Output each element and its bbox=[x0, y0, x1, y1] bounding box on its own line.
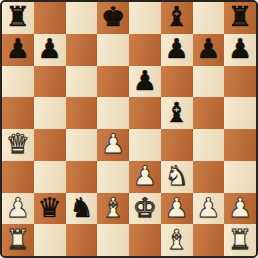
piece-white-rook[interactable]: ♜ bbox=[228, 226, 252, 253]
square-a3[interactable] bbox=[2, 161, 34, 193]
square-g3[interactable] bbox=[193, 161, 225, 193]
square-c5[interactable] bbox=[66, 97, 98, 129]
square-d5[interactable] bbox=[97, 97, 129, 129]
square-h3[interactable] bbox=[224, 161, 256, 193]
piece-black-pawn[interactable]: ♟ bbox=[228, 35, 252, 62]
square-h5[interactable] bbox=[224, 97, 256, 129]
square-d6[interactable] bbox=[97, 66, 129, 98]
square-e5[interactable] bbox=[129, 97, 161, 129]
piece-white-queen[interactable]: ♛ bbox=[6, 130, 30, 157]
square-c1[interactable] bbox=[66, 224, 98, 256]
piece-white-pawn[interactable]: ♟ bbox=[228, 194, 252, 221]
piece-white-pawn[interactable]: ♟ bbox=[133, 162, 157, 189]
square-h8[interactable]: ♜ bbox=[224, 2, 256, 34]
piece-black-pawn[interactable]: ♟ bbox=[38, 35, 62, 62]
square-c7[interactable] bbox=[66, 34, 98, 66]
square-g7[interactable]: ♟ bbox=[193, 34, 225, 66]
square-f8[interactable]: ♝ bbox=[161, 2, 193, 34]
square-g5[interactable] bbox=[193, 97, 225, 129]
square-b2[interactable]: ♛ bbox=[34, 193, 66, 225]
piece-white-rook[interactable]: ♜ bbox=[6, 226, 30, 253]
square-b8[interactable] bbox=[34, 2, 66, 34]
piece-white-pawn[interactable]: ♟ bbox=[6, 194, 30, 221]
square-d1[interactable] bbox=[97, 224, 129, 256]
square-d3[interactable] bbox=[97, 161, 129, 193]
square-a1[interactable]: ♜ bbox=[2, 224, 34, 256]
square-e3[interactable]: ♟ bbox=[129, 161, 161, 193]
square-d2[interactable]: ♝ bbox=[97, 193, 129, 225]
square-f5[interactable]: ♝ bbox=[161, 97, 193, 129]
square-h4[interactable] bbox=[224, 129, 256, 161]
piece-black-rook[interactable]: ♜ bbox=[228, 3, 252, 30]
square-c4[interactable] bbox=[66, 129, 98, 161]
square-b3[interactable] bbox=[34, 161, 66, 193]
piece-white-bishop[interactable]: ♝ bbox=[101, 194, 125, 221]
square-g1[interactable] bbox=[193, 224, 225, 256]
square-h6[interactable] bbox=[224, 66, 256, 98]
square-e6[interactable]: ♟ bbox=[129, 66, 161, 98]
square-c8[interactable] bbox=[66, 2, 98, 34]
square-c2[interactable]: ♞ bbox=[66, 193, 98, 225]
square-b4[interactable] bbox=[34, 129, 66, 161]
square-b7[interactable]: ♟ bbox=[34, 34, 66, 66]
square-f6[interactable] bbox=[161, 66, 193, 98]
square-e1[interactable] bbox=[129, 224, 161, 256]
square-d8[interactable]: ♚ bbox=[97, 2, 129, 34]
square-c6[interactable] bbox=[66, 66, 98, 98]
square-d4[interactable]: ♟ bbox=[97, 129, 129, 161]
square-a5[interactable] bbox=[2, 97, 34, 129]
piece-black-pawn[interactable]: ♟ bbox=[6, 35, 30, 62]
square-h2[interactable]: ♟ bbox=[224, 193, 256, 225]
square-h7[interactable]: ♟ bbox=[224, 34, 256, 66]
square-a2[interactable]: ♟ bbox=[2, 193, 34, 225]
square-g2[interactable]: ♟ bbox=[193, 193, 225, 225]
square-a6[interactable] bbox=[2, 66, 34, 98]
square-g8[interactable] bbox=[193, 2, 225, 34]
piece-black-pawn[interactable]: ♟ bbox=[196, 35, 220, 62]
square-e8[interactable] bbox=[129, 2, 161, 34]
square-f2[interactable]: ♟ bbox=[161, 193, 193, 225]
piece-black-knight[interactable]: ♞ bbox=[69, 194, 93, 221]
square-e2[interactable]: ♚ bbox=[129, 193, 161, 225]
piece-black-king[interactable]: ♚ bbox=[101, 3, 125, 30]
square-f1[interactable]: ♝ bbox=[161, 224, 193, 256]
square-c3[interactable] bbox=[66, 161, 98, 193]
piece-black-pawn[interactable]: ♟ bbox=[133, 67, 157, 94]
square-h1[interactable]: ♜ bbox=[224, 224, 256, 256]
square-d7[interactable] bbox=[97, 34, 129, 66]
square-b1[interactable] bbox=[34, 224, 66, 256]
square-f4[interactable] bbox=[161, 129, 193, 161]
square-b5[interactable] bbox=[34, 97, 66, 129]
piece-white-pawn[interactable]: ♟ bbox=[101, 130, 125, 157]
square-g6[interactable] bbox=[193, 66, 225, 98]
square-b6[interactable] bbox=[34, 66, 66, 98]
piece-white-pawn[interactable]: ♟ bbox=[165, 194, 189, 221]
piece-black-bishop[interactable]: ♝ bbox=[165, 99, 189, 126]
square-f3[interactable]: ♞ bbox=[161, 161, 193, 193]
piece-black-rook[interactable]: ♜ bbox=[6, 3, 30, 30]
square-g4[interactable] bbox=[193, 129, 225, 161]
piece-white-king[interactable]: ♚ bbox=[133, 194, 157, 221]
chess-board: ♜♚♝♜♟♟♟♟♟♟♝♛♟♟♞♟♛♞♝♚♟♟♟♜♝♜ bbox=[2, 2, 256, 256]
piece-black-bishop[interactable]: ♝ bbox=[165, 3, 189, 30]
square-a4[interactable]: ♛ bbox=[2, 129, 34, 161]
square-a8[interactable]: ♜ bbox=[2, 2, 34, 34]
piece-white-pawn[interactable]: ♟ bbox=[196, 194, 220, 221]
piece-black-pawn[interactable]: ♟ bbox=[165, 35, 189, 62]
piece-black-queen[interactable]: ♛ bbox=[38, 194, 62, 221]
square-a7[interactable]: ♟ bbox=[2, 34, 34, 66]
piece-white-bishop[interactable]: ♝ bbox=[165, 226, 189, 253]
chess-board-frame: ♜♚♝♜♟♟♟♟♟♟♝♛♟♟♞♟♛♞♝♚♟♟♟♜♝♜ bbox=[0, 0, 258, 258]
square-e4[interactable] bbox=[129, 129, 161, 161]
square-e7[interactable] bbox=[129, 34, 161, 66]
piece-white-knight[interactable]: ♞ bbox=[165, 162, 189, 189]
square-f7[interactable]: ♟ bbox=[161, 34, 193, 66]
